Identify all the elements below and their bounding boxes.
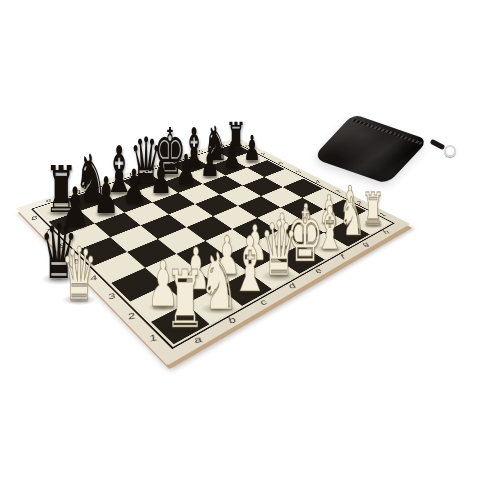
file-label-e: e [154, 164, 160, 168]
rank-label-8: 8 [245, 144, 251, 147]
rank-label-4: 4 [314, 179, 321, 183]
chess-bag [312, 114, 429, 184]
file-label-c: c [259, 298, 268, 307]
piece-shadow [41, 273, 77, 285]
file-label-h: h [219, 143, 225, 146]
file-label-f: f [178, 157, 181, 161]
rank-label-6: 6 [277, 161, 284, 165]
rank-label-7: 7 [260, 152, 266, 156]
file-label-f: f [339, 253, 346, 259]
zipper-icon [351, 118, 423, 144]
file-label-d: d [129, 172, 134, 176]
file-label-b: b [75, 189, 80, 194]
file-label-b: b [227, 315, 237, 325]
rank-label-7: 7 [44, 228, 51, 234]
piece-shadow [62, 294, 97, 305]
rank-label-8: 8 [31, 215, 38, 221]
rank-label-3: 3 [334, 189, 342, 194]
chess-set-product-photo: aa88bb77cc66dd55ee44ff33gg22hh11 ♜♞♝♛♚♝♞… [0, 0, 480, 480]
file-label-g: g [360, 241, 369, 247]
rank-label-2: 2 [128, 311, 136, 320]
rank-label-3: 3 [108, 292, 115, 301]
file-label-c: c [103, 180, 108, 184]
file-label-d: d [287, 282, 297, 290]
rank-label-5: 5 [74, 257, 81, 264]
file-label-g: g [198, 150, 204, 154]
rank-label-1: 1 [378, 212, 387, 217]
chess-board-grid [36, 144, 390, 344]
rank-label-2: 2 [355, 200, 363, 205]
file-label-h: h [381, 229, 390, 235]
rank-label-5: 5 [295, 170, 302, 174]
file-label-e: e [314, 267, 324, 274]
rank-label-1: 1 [149, 332, 158, 342]
zipper-pull-tab [430, 139, 446, 150]
rank-label-4: 4 [90, 274, 97, 282]
file-label-a: a [193, 334, 202, 344]
rank-label-6: 6 [58, 242, 65, 249]
zipper-pull-ring [444, 145, 456, 157]
file-label-a: a [45, 199, 51, 204]
